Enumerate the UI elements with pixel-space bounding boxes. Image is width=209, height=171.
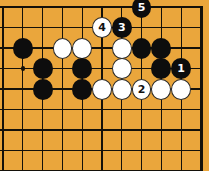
- intersection-c9-r2[interactable]: [151, 17, 171, 38]
- black-stone[interactable]: 5: [132, 0, 152, 18]
- intersection-c3-r1[interactable]: [33, 0, 53, 17]
- white-stone[interactable]: [151, 79, 171, 100]
- black-stone[interactable]: [72, 79, 92, 100]
- intersection-c3-r9[interactable]: [33, 161, 53, 171]
- intersection-c8-r1[interactable]: 5: [132, 0, 152, 17]
- intersection-c8-r6[interactable]: [132, 99, 152, 120]
- intersection-c10-r9[interactable]: [171, 161, 191, 171]
- intersection-c2-r2[interactable]: [13, 17, 33, 38]
- intersection-c1-r9[interactable]: [0, 161, 13, 171]
- intersection-c3-r7[interactable]: [33, 120, 53, 141]
- white-stone[interactable]: [112, 79, 132, 100]
- intersection-c10-r2[interactable]: [171, 17, 191, 38]
- intersection-c2-r1[interactable]: [13, 0, 33, 17]
- intersection-c6-r4[interactable]: [92, 58, 112, 79]
- intersection-c5-r2[interactable]: [72, 17, 92, 38]
- intersection-c6-r6[interactable]: [92, 99, 112, 120]
- intersection-c4-r2[interactable]: [53, 17, 73, 38]
- intersection-c6-r7[interactable]: [92, 120, 112, 141]
- white-stone[interactable]: [112, 38, 132, 59]
- intersection-c4-r9[interactable]: [53, 161, 73, 171]
- intersection-c11-r2[interactable]: [191, 17, 209, 38]
- intersection-c4-r6[interactable]: [53, 99, 73, 120]
- intersection-c7-r6[interactable]: [112, 99, 132, 120]
- intersection-c6-r8[interactable]: [92, 140, 112, 161]
- go-diagram: 54312: [0, 0, 209, 171]
- intersection-c8-r5[interactable]: 2: [132, 79, 152, 100]
- intersection-c1-r7[interactable]: [0, 120, 13, 141]
- move-number-label: 2: [138, 84, 146, 95]
- intersection-c3-r8[interactable]: [33, 140, 53, 161]
- intersection-c9-r7[interactable]: [151, 120, 171, 141]
- black-stone[interactable]: 3: [112, 17, 132, 38]
- intersection-c5-r4[interactable]: [72, 58, 92, 79]
- intersection-c10-r6[interactable]: [171, 99, 191, 120]
- white-stone[interactable]: [112, 58, 132, 79]
- intersection-c5-r7[interactable]: [72, 120, 92, 141]
- intersection-c3-r6[interactable]: [33, 99, 53, 120]
- intersection-c8-r3[interactable]: [132, 38, 152, 59]
- intersection-c4-r4[interactable]: [53, 58, 73, 79]
- black-stone[interactable]: 1: [171, 58, 191, 79]
- intersection-c7-r9[interactable]: [112, 161, 132, 171]
- intersection-c3-r3[interactable]: [33, 38, 53, 59]
- intersection-c11-r7[interactable]: [191, 120, 209, 141]
- intersection-c7-r8[interactable]: [112, 140, 132, 161]
- intersection-c2-r9[interactable]: [13, 161, 33, 171]
- intersection-c1-r5[interactable]: [0, 79, 13, 100]
- intersection-c9-r1[interactable]: [151, 0, 171, 17]
- intersection-c9-r8[interactable]: [151, 140, 171, 161]
- intersection-c7-r3[interactable]: [112, 38, 132, 59]
- intersection-c4-r8[interactable]: [53, 140, 73, 161]
- intersection-c4-r7[interactable]: [53, 120, 73, 141]
- intersection-c1-r3[interactable]: [0, 38, 13, 59]
- white-stone[interactable]: [171, 79, 191, 100]
- intersection-c8-r7[interactable]: [132, 120, 152, 141]
- intersection-c10-r1[interactable]: [171, 0, 191, 17]
- intersection-c5-r6[interactable]: [72, 99, 92, 120]
- intersection-c1-r4[interactable]: [0, 58, 13, 79]
- intersection-c5-r8[interactable]: [72, 140, 92, 161]
- black-stone[interactable]: [33, 79, 53, 100]
- black-stone[interactable]: [151, 58, 171, 79]
- intersection-c8-r2[interactable]: [132, 17, 152, 38]
- white-stone[interactable]: 2: [132, 79, 152, 100]
- intersection-c9-r9[interactable]: [151, 161, 171, 171]
- white-stone[interactable]: [72, 38, 92, 59]
- intersection-c6-r5[interactable]: [92, 79, 112, 100]
- intersection-c4-r1[interactable]: [53, 0, 73, 17]
- intersection-c8-r4[interactable]: [132, 58, 152, 79]
- intersection-c1-r2[interactable]: [0, 17, 13, 38]
- intersection-c10-r8[interactable]: [171, 140, 191, 161]
- intersection-c7-r7[interactable]: [112, 120, 132, 141]
- intersection-c11-r4[interactable]: [191, 58, 209, 79]
- intersection-c6-r3[interactable]: [92, 38, 112, 59]
- intersection-c6-r2[interactable]: 4: [92, 17, 112, 38]
- intersection-c5-r5[interactable]: [72, 79, 92, 100]
- intersection-c1-r8[interactable]: [0, 140, 13, 161]
- intersection-c10-r5[interactable]: [171, 79, 191, 100]
- intersection-c10-r7[interactable]: [171, 120, 191, 141]
- intersection-c10-r3[interactable]: [171, 38, 191, 59]
- white-stone[interactable]: 4: [92, 17, 112, 38]
- black-stone[interactable]: [72, 58, 92, 79]
- intersection-c9-r5[interactable]: [151, 79, 171, 100]
- intersection-c11-r6[interactable]: [191, 99, 209, 120]
- intersection-c9-r6[interactable]: [151, 99, 171, 120]
- intersection-c9-r3[interactable]: [151, 38, 171, 59]
- intersection-c5-r1[interactable]: [72, 0, 92, 17]
- intersection-c5-r9[interactable]: [72, 161, 92, 171]
- intersection-c11-r3[interactable]: [191, 38, 209, 59]
- intersection-c7-r1[interactable]: [112, 0, 132, 17]
- move-number-label: 1: [177, 63, 185, 74]
- intersection-c2-r4[interactable]: [13, 58, 33, 79]
- intersection-c7-r2[interactable]: 3: [112, 17, 132, 38]
- black-stone[interactable]: [33, 58, 53, 79]
- intersection-c10-r4[interactable]: 1: [171, 58, 191, 79]
- intersection-c4-r3[interactable]: [53, 38, 73, 59]
- intersection-c3-r4[interactable]: [33, 58, 53, 79]
- intersection-c1-r1[interactable]: [0, 0, 13, 17]
- intersection-c4-r5[interactable]: [53, 79, 73, 100]
- intersection-c1-r6[interactable]: [0, 99, 13, 120]
- intersection-c2-r8[interactable]: [13, 140, 33, 161]
- intersection-c3-r2[interactable]: [33, 17, 53, 38]
- intersection-c11-r8[interactable]: [191, 140, 209, 161]
- black-stone[interactable]: [151, 38, 171, 59]
- intersection-c2-r7[interactable]: [13, 120, 33, 141]
- white-stone[interactable]: [53, 38, 73, 59]
- intersection-c6-r1[interactable]: [92, 0, 112, 17]
- move-number-label: 4: [98, 22, 106, 33]
- intersection-c2-r5[interactable]: [13, 79, 33, 100]
- black-stone[interactable]: [13, 38, 33, 59]
- move-number-label: 5: [138, 2, 146, 13]
- intersection-c2-r3[interactable]: [13, 38, 33, 59]
- intersection-c5-r3[interactable]: [72, 38, 92, 59]
- intersection-c8-r8[interactable]: [132, 140, 152, 161]
- white-stone[interactable]: [92, 79, 112, 100]
- intersection-c11-r1[interactable]: [191, 0, 209, 17]
- intersection-c2-r6[interactable]: [13, 99, 33, 120]
- intersection-c11-r5[interactable]: [191, 79, 209, 100]
- intersection-c6-r9[interactable]: [92, 161, 112, 171]
- go-board[interactable]: 54312: [0, 0, 209, 171]
- intersection-c3-r5[interactable]: [33, 79, 53, 100]
- intersection-c8-r9[interactable]: [132, 161, 152, 171]
- intersection-c9-r4[interactable]: [151, 58, 171, 79]
- intersection-c7-r4[interactable]: [112, 58, 132, 79]
- move-number-label: 3: [118, 22, 126, 33]
- black-stone[interactable]: [132, 38, 152, 59]
- intersection-c11-r9[interactable]: [191, 161, 209, 171]
- intersection-c7-r5[interactable]: [112, 79, 132, 100]
